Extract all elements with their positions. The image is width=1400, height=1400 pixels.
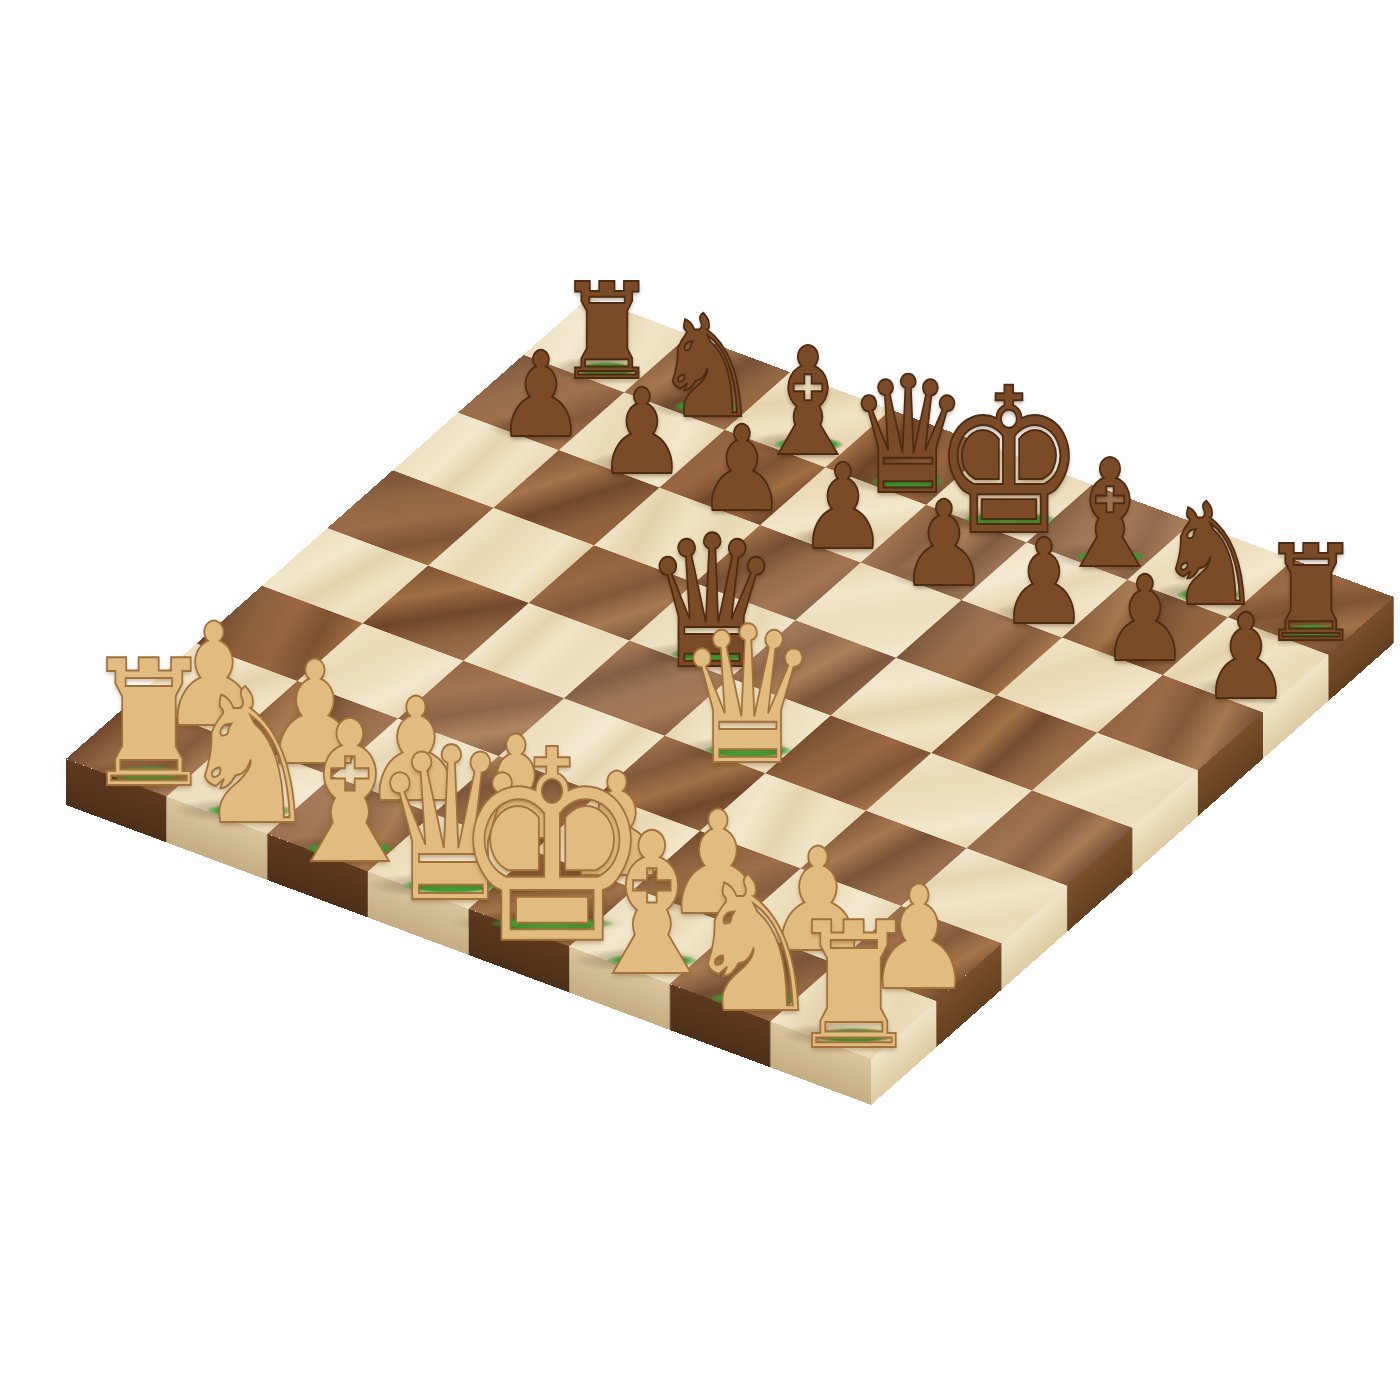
black-pawn-icon: ♟: [1100, 560, 1190, 678]
product-photo-scene: ♜♞♝♛♚♝♞♜♟♟♟♟♟♟♟♟♛♛♟♟♟♟♟♟♟♟♜♞♝♛♚♝♞♜: [0, 0, 1400, 1400]
black-pawn-icon: ♟: [899, 485, 989, 603]
black-pawn-icon: ♟: [999, 523, 1089, 641]
black-pawn-icon: ♟: [798, 448, 888, 566]
white-rook-icon: ♜: [787, 899, 920, 1074]
black-pawn-icon: ♟: [1201, 598, 1291, 716]
black-pawn-icon: ♟: [496, 335, 586, 453]
black-pawn-icon: ♟: [597, 373, 687, 491]
white-queen-icon: ♛: [675, 601, 820, 791]
